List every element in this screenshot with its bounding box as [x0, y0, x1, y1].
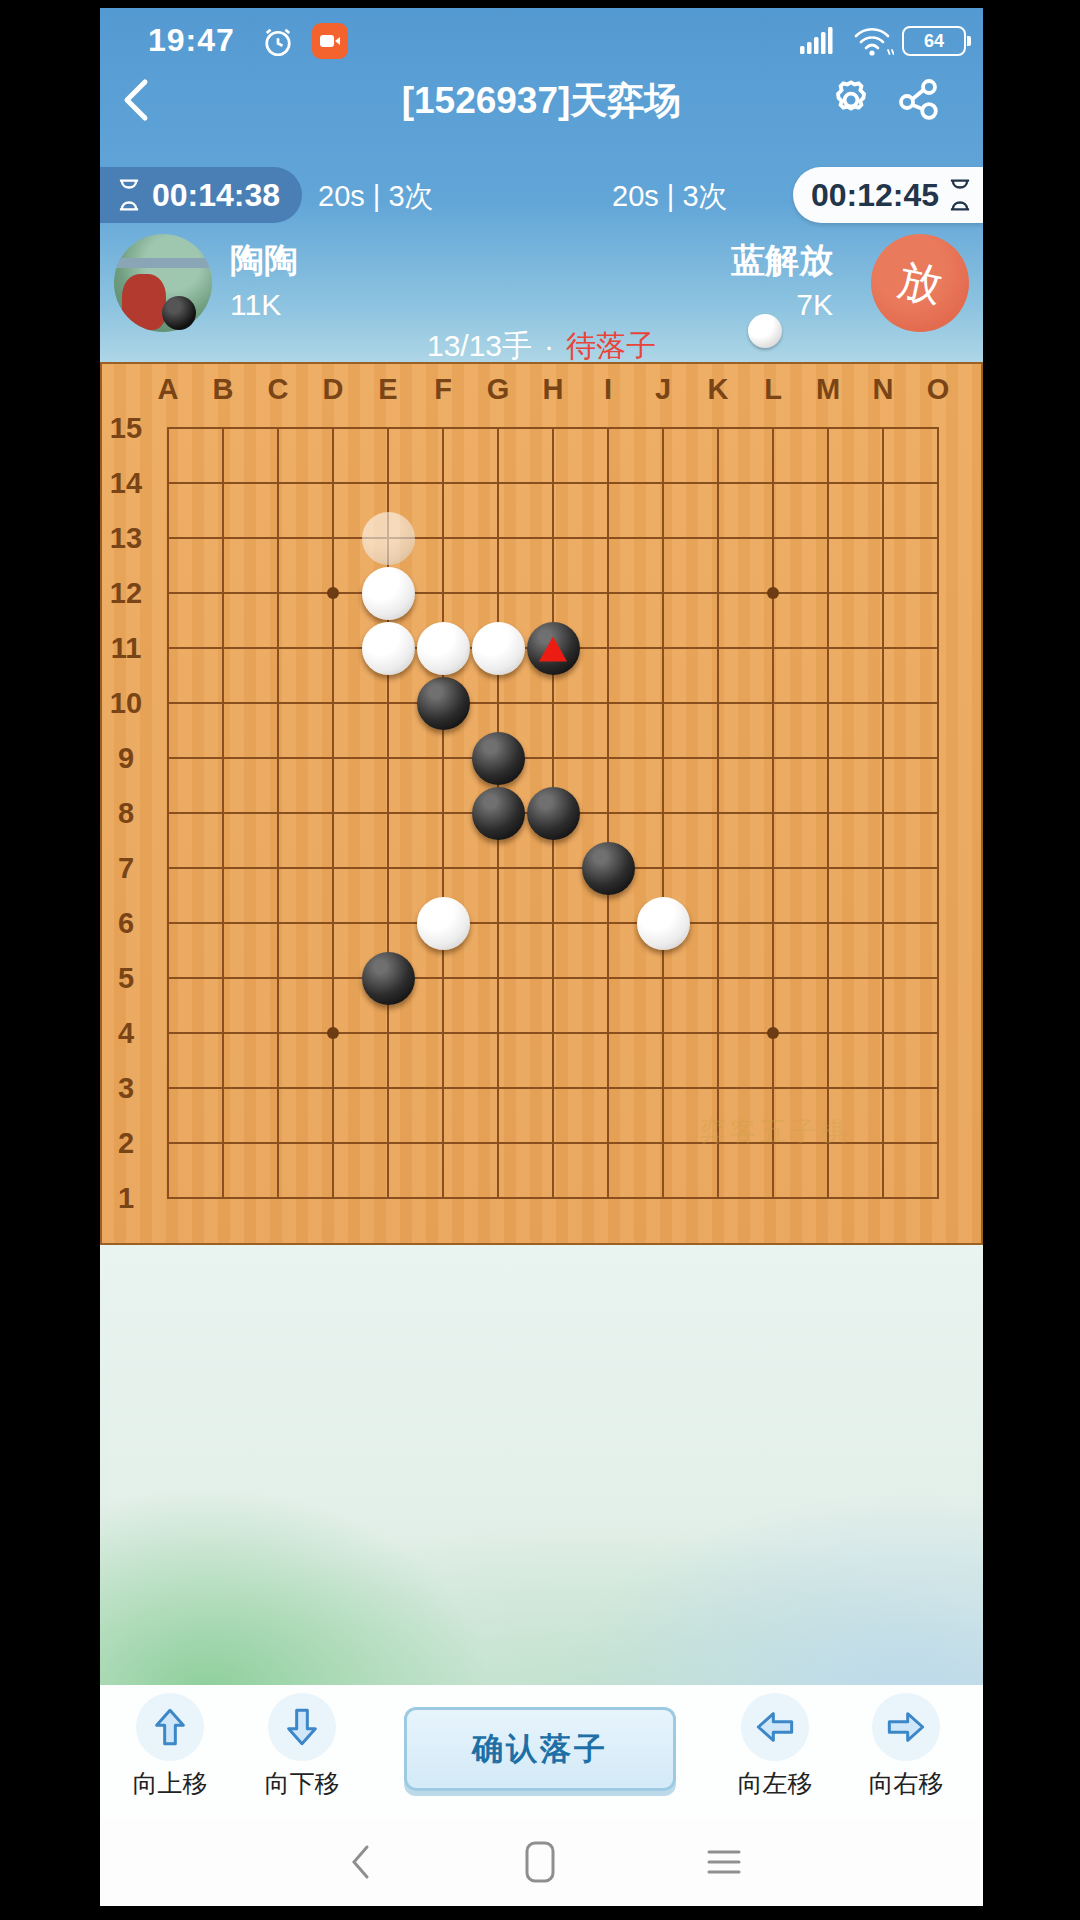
timer-row: 00:14:38 20s | 3次 20s | 3次 00:12:45: [100, 163, 983, 227]
player-row: 陶陶 11K 无禁 蓝解放 7K 放: [100, 230, 983, 336]
col-label-I: I: [593, 373, 623, 406]
row-label-13: 13: [104, 522, 148, 555]
move-count: 13/13手: [427, 329, 532, 362]
move-right-button[interactable]: 向右移: [846, 1693, 966, 1800]
col-label-L: L: [758, 373, 788, 406]
move-left-button[interactable]: 向左移: [715, 1693, 835, 1800]
star-point-L12: [767, 587, 779, 599]
nav-home-icon[interactable]: [516, 1840, 564, 1884]
board-grid[interactable]: [167, 427, 939, 1199]
hourglass-icon: [947, 178, 973, 212]
up-arrow-icon: [136, 1693, 204, 1761]
col-label-C: C: [263, 373, 293, 406]
col-label-O: O: [923, 373, 953, 406]
move-down-button[interactable]: 向下移: [242, 1693, 362, 1800]
star-point-L4: [767, 1027, 779, 1039]
move-up-button[interactable]: 向上移: [110, 1693, 230, 1800]
stone-white-E12: [362, 567, 415, 620]
stone-black-G9: [472, 732, 525, 785]
board-watermark: 弈客五子棋: [700, 1114, 850, 1149]
row-label-6: 6: [104, 907, 148, 940]
title-bar: [1526937]天弈场: [100, 70, 983, 130]
row-label-10: 10: [104, 687, 148, 720]
stone-black-E5: [362, 952, 415, 1005]
star-point-D4: [327, 1027, 339, 1039]
stone-black-H11: [527, 622, 580, 675]
black-time: 00:14:38: [152, 177, 280, 214]
stone-black-H8: [527, 787, 580, 840]
screen-record-icon: [312, 23, 348, 59]
ghost-stone-white-E13: [362, 512, 415, 565]
row-label-5: 5: [104, 962, 148, 995]
android-nav-bar: [100, 1818, 983, 1906]
black-stone-badge: [162, 296, 196, 330]
row-label-8: 8: [104, 797, 148, 830]
stone-white-F11: [417, 622, 470, 675]
white-byoyomi: 20s | 3次: [612, 177, 728, 217]
stone-white-E11: [362, 622, 415, 675]
move-down-label: 向下移: [242, 1767, 362, 1800]
move-info: 13/13手·待落子: [100, 326, 983, 367]
stone-black-F10: [417, 677, 470, 730]
status-bar: 19:47: [100, 14, 983, 64]
row-label-4: 4: [104, 1017, 148, 1050]
row-label-9: 9: [104, 742, 148, 775]
battery-icon: 64: [902, 26, 966, 56]
row-label-15: 15: [104, 412, 148, 445]
status-time: 19:47: [148, 22, 235, 59]
row-label-7: 7: [104, 852, 148, 885]
hourglass-icon: [116, 178, 142, 212]
nav-back-icon[interactable]: [336, 1840, 384, 1884]
stone-black-I7: [582, 842, 635, 895]
col-label-D: D: [318, 373, 348, 406]
down-arrow-icon: [268, 1693, 336, 1761]
settings-gear-icon[interactable]: [827, 76, 875, 124]
wifi-icon: [852, 24, 894, 62]
white-time: 00:12:45: [811, 177, 939, 214]
signal-icon: [798, 24, 838, 60]
background-scene: [100, 1245, 983, 1685]
move-up-label: 向上移: [110, 1767, 230, 1800]
page-title: [1526937]天弈场: [260, 76, 823, 126]
col-label-J: J: [648, 373, 678, 406]
header: 19:47: [100, 8, 983, 362]
back-button[interactable]: [110, 74, 162, 126]
black-player-name: 陶陶: [230, 238, 298, 284]
row-label-12: 12: [104, 577, 148, 610]
row-label-14: 14: [104, 467, 148, 500]
share-icon[interactable]: [895, 76, 943, 124]
stone-black-G8: [472, 787, 525, 840]
right-arrow-icon: [872, 1693, 940, 1761]
stone-white-G11: [472, 622, 525, 675]
confirm-move-label: 确认落子: [472, 1728, 608, 1770]
row-label-3: 3: [104, 1072, 148, 1105]
row-label-11: 11: [104, 632, 148, 665]
move-left-label: 向左移: [715, 1767, 835, 1800]
row-label-1: 1: [104, 1182, 148, 1215]
black-timer-pill: 00:14:38: [100, 167, 302, 223]
nav-menu-icon[interactable]: [700, 1840, 748, 1884]
col-label-G: G: [483, 373, 513, 406]
col-label-M: M: [813, 373, 843, 406]
white-timer-pill: 00:12:45: [793, 167, 983, 223]
col-label-H: H: [538, 373, 568, 406]
stone-white-J6: [637, 897, 690, 950]
row-label-2: 2: [104, 1127, 148, 1160]
confirm-move-button[interactable]: 确认落子: [404, 1707, 676, 1791]
white-player-name: 蓝解放: [731, 238, 833, 284]
avatar-photo-detail: [114, 258, 212, 268]
black-byoyomi: 20s | 3次: [318, 177, 434, 217]
move-state: 待落子: [566, 329, 656, 362]
col-label-K: K: [703, 373, 733, 406]
board-panel: ABCDEFGHIJKLMNO 151413121110987654321 弈客…: [100, 362, 983, 1245]
app-screen: 19:47: [100, 8, 983, 1906]
left-arrow-icon: [741, 1693, 809, 1761]
battery-percent: 64: [924, 31, 944, 52]
col-label-B: B: [208, 373, 238, 406]
move-controls: 向上移 向下移 确认落子 向左移 向右移: [100, 1685, 983, 1818]
avatar-photo-detail: [122, 274, 166, 330]
col-label-N: N: [868, 373, 898, 406]
col-label-E: E: [373, 373, 403, 406]
white-player-rank: 7K: [796, 288, 833, 322]
col-label-F: F: [428, 373, 458, 406]
move-right-label: 向右移: [846, 1767, 966, 1800]
move-separator: ·: [544, 329, 554, 362]
black-player-rank: 11K: [230, 288, 281, 322]
stone-white-F6: [417, 897, 470, 950]
white-player-avatar[interactable]: 放: [871, 234, 969, 332]
last-move-marker: [539, 637, 567, 662]
col-label-A: A: [153, 373, 183, 406]
phone-frame: 19:47: [0, 0, 1080, 1920]
star-point-D12: [327, 587, 339, 599]
alarm-icon: [260, 24, 296, 64]
